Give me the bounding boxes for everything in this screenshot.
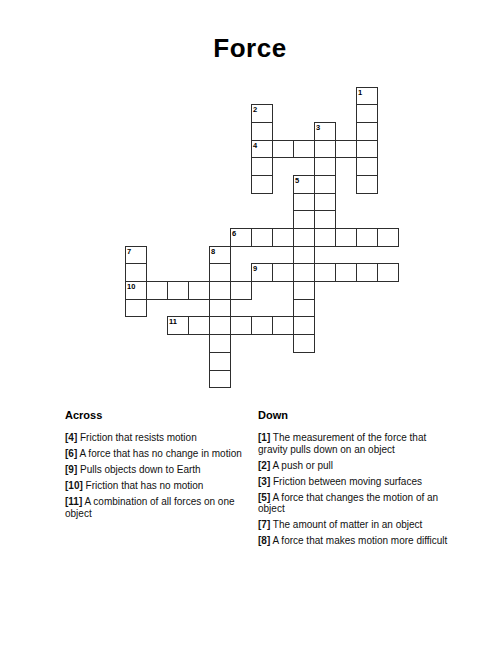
- grid-cell[interactable]: [314, 175, 336, 194]
- across-header: Across: [65, 409, 247, 421]
- grid-cell[interactable]: [230, 316, 252, 335]
- grid-cell[interactable]: [146, 281, 168, 300]
- grid-cell[interactable]: [251, 175, 273, 194]
- grid-cell[interactable]: 10: [125, 281, 147, 300]
- grid-cell[interactable]: [293, 316, 315, 335]
- clue-item: [3] Friction between moving surfaces: [258, 476, 448, 488]
- down-clue-list: [1] The measurement of the force that gr…: [258, 432, 448, 547]
- across-clue-list: [4] Friction that resists motion[6] A fo…: [65, 432, 247, 519]
- grid-cell[interactable]: 1: [356, 87, 378, 106]
- grid-cell[interactable]: [272, 140, 294, 159]
- grid-cell[interactable]: [272, 228, 294, 247]
- grid-cell[interactable]: [356, 263, 378, 282]
- grid-cell[interactable]: [293, 281, 315, 300]
- grid-cell[interactable]: [356, 122, 378, 141]
- grid-cell[interactable]: [209, 299, 231, 318]
- grid-cell[interactable]: [335, 263, 357, 282]
- grid-cell[interactable]: [251, 157, 273, 176]
- grid-cell[interactable]: 6: [230, 228, 252, 247]
- across-clues-section: Across [4] Friction that resists motion[…: [65, 409, 247, 524]
- grid-cell[interactable]: [293, 228, 315, 247]
- grid-cell[interactable]: [377, 228, 399, 247]
- grid-cell[interactable]: [314, 140, 336, 159]
- crossword-grid: 1243567108911: [125, 87, 398, 388]
- grid-cell[interactable]: 2: [251, 104, 273, 123]
- grid-cell[interactable]: [356, 104, 378, 123]
- grid-cell[interactable]: 7: [125, 246, 147, 265]
- clue-number: 2: [253, 106, 257, 114]
- grid-cell[interactable]: 8: [209, 246, 231, 265]
- clue-item: [2] A push or pull: [258, 460, 448, 472]
- down-clues-section: Down [1] The measurement of the force th…: [258, 409, 448, 551]
- grid-cell[interactable]: 4: [251, 140, 273, 159]
- clue-number: 9: [253, 265, 257, 273]
- grid-cell[interactable]: [314, 228, 336, 247]
- clue-item: [10] Friction that has no motion: [65, 480, 247, 492]
- clue-number: 1: [358, 89, 362, 97]
- grid-cell[interactable]: [314, 210, 336, 229]
- grid-cell[interactable]: [188, 281, 210, 300]
- clue-item: [7] The amount of matter in an object: [258, 519, 448, 531]
- clue-item: [1] The measurement of the force that gr…: [258, 432, 448, 455]
- grid-cell[interactable]: [293, 193, 315, 212]
- grid-cell[interactable]: [293, 210, 315, 229]
- grid-cell[interactable]: [209, 316, 231, 335]
- grid-cell[interactable]: [188, 316, 210, 335]
- grid-cell[interactable]: [251, 122, 273, 141]
- clue-number: 6: [232, 230, 236, 238]
- grid-cell[interactable]: [377, 263, 399, 282]
- grid-cell[interactable]: [293, 299, 315, 318]
- grid-cell[interactable]: 3: [314, 122, 336, 141]
- grid-cell[interactable]: [314, 263, 336, 282]
- grid-cell[interactable]: [293, 246, 315, 265]
- grid-cell[interactable]: [335, 140, 357, 159]
- grid-cell[interactable]: [293, 263, 315, 282]
- grid-cell[interactable]: [209, 370, 231, 389]
- grid-cell[interactable]: [167, 281, 189, 300]
- grid-cell[interactable]: [293, 334, 315, 353]
- grid-cell[interactable]: [251, 316, 273, 335]
- clue-item: [6] A force that has no change in motion: [65, 448, 247, 460]
- clue-item: [11] A combination of all forces on one …: [65, 496, 247, 519]
- grid-cell[interactable]: [335, 228, 357, 247]
- grid-cell[interactable]: 5: [293, 175, 315, 194]
- clue-item: [8] A force that makes motion more diffi…: [258, 535, 448, 547]
- grid-cell[interactable]: [356, 140, 378, 159]
- clue-item: [5] A force that changes the motion of a…: [258, 492, 448, 515]
- grid-cell[interactable]: 11: [167, 316, 189, 335]
- clue-number: 3: [316, 124, 320, 132]
- grid-cell[interactable]: [125, 263, 147, 282]
- grid-cell[interactable]: [209, 263, 231, 282]
- clue-number: 10: [127, 283, 135, 291]
- clue-item: [4] Friction that resists motion: [65, 432, 247, 444]
- grid-cell[interactable]: [356, 228, 378, 247]
- down-header: Down: [258, 409, 448, 421]
- grid-cell[interactable]: [209, 352, 231, 371]
- clue-number: 4: [253, 142, 257, 150]
- grid-cell[interactable]: [356, 175, 378, 194]
- grid-cell[interactable]: [209, 334, 231, 353]
- grid-cell[interactable]: [230, 281, 252, 300]
- grid-cell[interactable]: [209, 281, 231, 300]
- grid-cell[interactable]: [356, 157, 378, 176]
- grid-cell[interactable]: [314, 157, 336, 176]
- grid-cell[interactable]: [314, 193, 336, 212]
- grid-cell[interactable]: [251, 228, 273, 247]
- clue-number: 5: [295, 177, 299, 185]
- clue-item: [9] Pulls objects down to Earth: [65, 464, 247, 476]
- clue-number: 8: [211, 248, 215, 256]
- page-title: Force: [0, 33, 500, 64]
- clue-number: 11: [169, 318, 177, 326]
- grid-cell[interactable]: 9: [251, 263, 273, 282]
- grid-cell[interactable]: [293, 140, 315, 159]
- grid-cell[interactable]: [272, 316, 294, 335]
- grid-cell[interactable]: [125, 299, 147, 318]
- grid-cell[interactable]: [272, 263, 294, 282]
- clue-number: 7: [127, 248, 131, 256]
